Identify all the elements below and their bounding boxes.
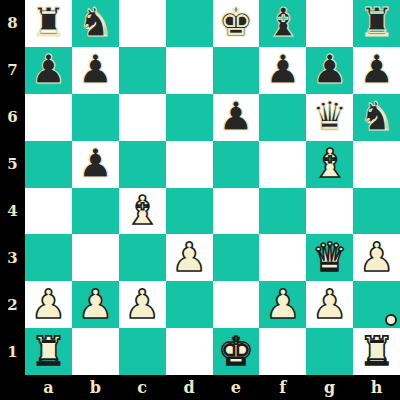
square-h1[interactable]: ♜ (353, 328, 400, 375)
piece-white-pawn[interactable]: ♟ (312, 284, 348, 324)
square-e8[interactable]: ♚ (213, 0, 260, 47)
file-label-h: h (353, 375, 400, 400)
piece-white-queen[interactable]: ♛ (312, 237, 348, 277)
square-g6[interactable]: ♛ (306, 94, 353, 141)
square-g5[interactable]: ♝ (306, 141, 353, 188)
square-a4[interactable] (25, 188, 72, 235)
square-a1[interactable]: ♜ (25, 328, 72, 375)
piece-white-pawn[interactable]: ♟ (124, 284, 160, 324)
square-d2[interactable] (166, 281, 213, 328)
square-h5[interactable] (353, 141, 400, 188)
square-d4[interactable] (166, 188, 213, 235)
piece-black-queen[interactable]: ♛ (312, 96, 348, 136)
square-b6[interactable] (72, 94, 119, 141)
square-c1[interactable] (119, 328, 166, 375)
rank-label-2: 2 (0, 281, 25, 328)
chess-board: ♜♞♚♝♜♟♟♟♟♟♟♛♞♟♝♝♟♛♟♟♟♟♟♟♜♚♜ (25, 0, 400, 375)
piece-black-rook[interactable]: ♜ (31, 2, 67, 42)
square-b8[interactable]: ♞ (72, 0, 119, 47)
square-h6[interactable]: ♞ (353, 94, 400, 141)
piece-black-knight[interactable]: ♞ (359, 96, 395, 136)
square-d6[interactable] (166, 94, 213, 141)
square-c5[interactable] (119, 141, 166, 188)
piece-white-king[interactable]: ♚ (218, 331, 254, 371)
piece-white-pawn[interactable]: ♟ (265, 284, 301, 324)
rank-label-4: 4 (0, 188, 25, 235)
square-c3[interactable] (119, 234, 166, 281)
square-c6[interactable] (119, 94, 166, 141)
file-label-b: b (72, 375, 119, 400)
piece-black-pawn[interactable]: ♟ (77, 143, 113, 183)
piece-black-pawn[interactable]: ♟ (218, 96, 254, 136)
square-d5[interactable] (166, 141, 213, 188)
square-c8[interactable] (119, 0, 166, 47)
file-labels: abcdefgh (25, 375, 400, 400)
square-a5[interactable] (25, 141, 72, 188)
square-f3[interactable] (259, 234, 306, 281)
rank-label-7: 7 (0, 47, 25, 94)
square-c4[interactable]: ♝ (119, 188, 166, 235)
rank-label-6: 6 (0, 94, 25, 141)
square-c7[interactable] (119, 47, 166, 94)
square-c2[interactable]: ♟ (119, 281, 166, 328)
rank-labels: 87654321 (0, 0, 25, 375)
piece-white-rook[interactable]: ♜ (31, 331, 67, 371)
square-d7[interactable] (166, 47, 213, 94)
cursor-dot (385, 314, 397, 326)
square-e4[interactable] (213, 188, 260, 235)
square-a7[interactable]: ♟ (25, 47, 72, 94)
square-f2[interactable]: ♟ (259, 281, 306, 328)
square-g2[interactable]: ♟ (306, 281, 353, 328)
piece-black-pawn[interactable]: ♟ (265, 49, 301, 89)
square-b5[interactable]: ♟ (72, 141, 119, 188)
square-h4[interactable] (353, 188, 400, 235)
square-d8[interactable] (166, 0, 213, 47)
square-e5[interactable] (213, 141, 260, 188)
square-a3[interactable] (25, 234, 72, 281)
square-h7[interactable]: ♟ (353, 47, 400, 94)
square-f1[interactable] (259, 328, 306, 375)
square-a6[interactable] (25, 94, 72, 141)
square-e2[interactable] (213, 281, 260, 328)
square-f5[interactable] (259, 141, 306, 188)
square-f8[interactable]: ♝ (259, 0, 306, 47)
piece-white-pawn[interactable]: ♟ (359, 237, 395, 277)
piece-white-pawn[interactable]: ♟ (31, 284, 67, 324)
rank-label-3: 3 (0, 234, 25, 281)
piece-white-pawn[interactable]: ♟ (77, 284, 113, 324)
file-label-g: g (306, 375, 353, 400)
square-g4[interactable] (306, 188, 353, 235)
square-b7[interactable]: ♟ (72, 47, 119, 94)
square-a2[interactable]: ♟ (25, 281, 72, 328)
square-f4[interactable] (259, 188, 306, 235)
piece-white-rook[interactable]: ♜ (359, 331, 395, 371)
file-label-f: f (259, 375, 306, 400)
square-h8[interactable]: ♜ (353, 0, 400, 47)
square-b4[interactable] (72, 188, 119, 235)
piece-black-pawn[interactable]: ♟ (31, 49, 67, 89)
square-e6[interactable]: ♟ (213, 94, 260, 141)
square-e1[interactable]: ♚ (213, 328, 260, 375)
file-label-c: c (119, 375, 166, 400)
piece-black-pawn[interactable]: ♟ (77, 49, 113, 89)
file-label-e: e (213, 375, 260, 400)
piece-black-king[interactable]: ♚ (218, 2, 254, 42)
piece-black-pawn[interactable]: ♟ (359, 49, 395, 89)
square-b2[interactable]: ♟ (72, 281, 119, 328)
piece-white-bishop[interactable]: ♝ (124, 190, 160, 230)
square-b3[interactable] (72, 234, 119, 281)
piece-black-bishop[interactable]: ♝ (265, 2, 301, 42)
rank-label-5: 5 (0, 141, 25, 188)
piece-black-knight[interactable]: ♞ (77, 2, 113, 42)
square-g7[interactable]: ♟ (306, 47, 353, 94)
square-g1[interactable] (306, 328, 353, 375)
square-e3[interactable] (213, 234, 260, 281)
file-label-d: d (166, 375, 213, 400)
square-d1[interactable] (166, 328, 213, 375)
square-g8[interactable] (306, 0, 353, 47)
square-d3[interactable]: ♟ (166, 234, 213, 281)
piece-black-pawn[interactable]: ♟ (312, 49, 348, 89)
square-f6[interactable] (259, 94, 306, 141)
square-h3[interactable]: ♟ (353, 234, 400, 281)
piece-black-rook[interactable]: ♜ (359, 2, 395, 42)
piece-white-bishop[interactable]: ♝ (312, 143, 348, 183)
square-a8[interactable]: ♜ (25, 0, 72, 47)
file-label-a: a (25, 375, 72, 400)
rank-label-8: 8 (0, 0, 25, 47)
piece-white-pawn[interactable]: ♟ (171, 237, 207, 277)
chess-board-frame: 87654321 ♜♞♚♝♜♟♟♟♟♟♟♛♞♟♝♝♟♛♟♟♟♟♟♟♜♚♜ abc… (0, 0, 400, 400)
square-f7[interactable]: ♟ (259, 47, 306, 94)
square-g3[interactable]: ♛ (306, 234, 353, 281)
square-b1[interactable] (72, 328, 119, 375)
rank-label-1: 1 (0, 328, 25, 375)
square-e7[interactable] (213, 47, 260, 94)
